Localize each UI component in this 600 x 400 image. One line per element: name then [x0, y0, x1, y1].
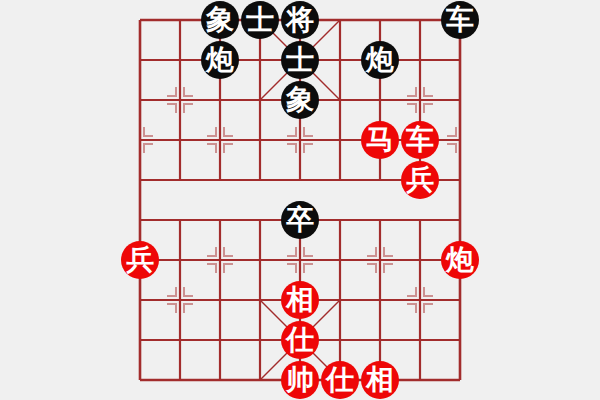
piece-black-general[interactable]: 将 [281, 1, 319, 39]
pieces-layer: 象士将车炮士炮象卒马车兵兵炮相仕帅仕相 [120, 0, 480, 400]
piece-black-soldier[interactable]: 卒 [281, 201, 319, 239]
piece-red-horse[interactable]: 马 [361, 121, 399, 159]
piece-black-advisor[interactable]: 士 [241, 1, 279, 39]
piece-red-advisor[interactable]: 仕 [321, 361, 359, 399]
piece-black-advisor[interactable]: 士 [281, 41, 319, 79]
piece-red-general[interactable]: 帅 [281, 361, 319, 399]
piece-red-soldier[interactable]: 兵 [401, 161, 439, 199]
piece-red-soldier[interactable]: 兵 [121, 241, 159, 279]
xiangqi-board: 象士将车炮士炮象卒马车兵兵炮相仕帅仕相 [0, 0, 600, 400]
piece-red-chariot[interactable]: 车 [401, 121, 439, 159]
piece-black-cannon[interactable]: 炮 [201, 41, 239, 79]
piece-black-chariot[interactable]: 车 [441, 1, 479, 39]
piece-black-elephant[interactable]: 象 [281, 81, 319, 119]
piece-red-elephant[interactable]: 相 [281, 281, 319, 319]
piece-red-advisor[interactable]: 仕 [281, 321, 319, 359]
piece-black-cannon[interactable]: 炮 [361, 41, 399, 79]
piece-red-cannon[interactable]: 炮 [441, 241, 479, 279]
piece-black-elephant[interactable]: 象 [201, 1, 239, 39]
piece-red-elephant[interactable]: 相 [361, 361, 399, 399]
